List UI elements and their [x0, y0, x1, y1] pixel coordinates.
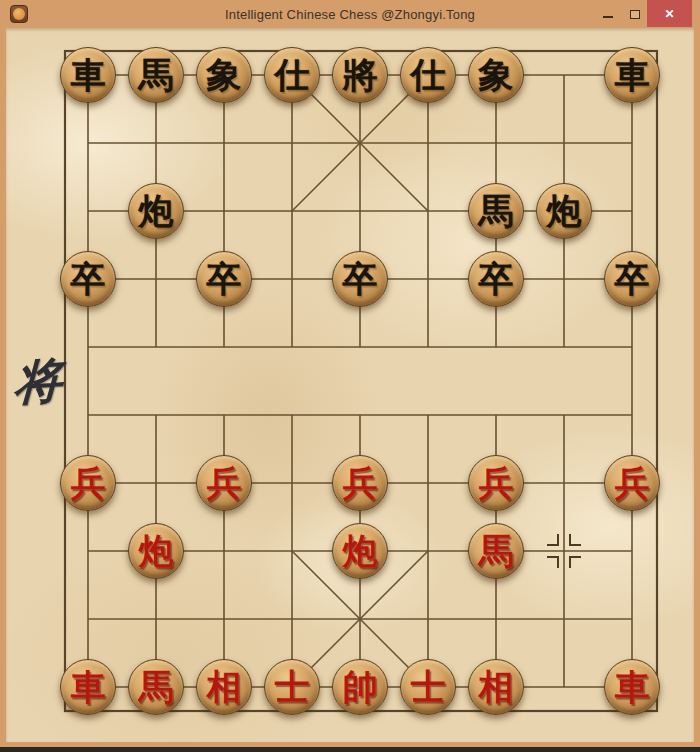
turn-indicator-calligraphy: 将 [11, 348, 65, 414]
cursor-marker [547, 534, 581, 568]
piece-red-soldier[interactable]: 兵 [196, 455, 252, 511]
piece-glyph: 兵 [207, 466, 242, 501]
close-icon: ✕ [664, 7, 674, 21]
piece-glyph: 兵 [71, 466, 106, 501]
piece-glyph: 車 [71, 58, 106, 93]
piece-black-horse[interactable]: 馬 [468, 183, 524, 239]
piece-glyph: 象 [479, 58, 514, 93]
piece-glyph: 相 [479, 670, 514, 705]
piece-glyph: 將 [343, 58, 378, 93]
piece-black-soldier[interactable]: 卒 [604, 251, 660, 307]
piece-glyph: 卒 [343, 262, 378, 297]
piece-black-soldier[interactable]: 卒 [468, 251, 524, 307]
piece-glyph: 士 [411, 670, 446, 705]
piece-black-soldier[interactable]: 卒 [332, 251, 388, 307]
piece-black-chariot[interactable]: 車 [60, 47, 116, 103]
piece-glyph: 卒 [615, 262, 650, 297]
piece-black-soldier[interactable]: 卒 [60, 251, 116, 307]
piece-glyph: 卒 [207, 262, 242, 297]
piece-black-cannon[interactable]: 炮 [536, 183, 592, 239]
piece-glyph: 馬 [139, 58, 174, 93]
piece-glyph: 仕 [275, 58, 310, 93]
piece-red-cannon[interactable]: 炮 [128, 523, 184, 579]
piece-glyph: 炮 [139, 534, 174, 569]
piece-red-soldier[interactable]: 兵 [468, 455, 524, 511]
app-window: Intelligent Chinese Chess @Zhongyi.Tong … [0, 0, 700, 752]
piece-glyph: 兵 [615, 466, 650, 501]
xiangqi-piece-icon [13, 8, 25, 20]
piece-glyph: 炮 [343, 534, 378, 569]
title-bar[interactable]: Intelligent Chinese Chess @Zhongyi.Tong … [0, 0, 700, 28]
piece-glyph: 卒 [479, 262, 514, 297]
maximize-icon [630, 10, 640, 19]
piece-black-horse[interactable]: 馬 [128, 47, 184, 103]
piece-red-horse[interactable]: 馬 [468, 523, 524, 579]
piece-glyph: 帥 [343, 670, 378, 705]
app-icon [10, 5, 28, 23]
cursor-bracket-top-right [569, 534, 581, 546]
piece-glyph: 士 [275, 670, 310, 705]
piece-red-general[interactable]: 帥 [332, 659, 388, 715]
piece-glyph: 馬 [139, 670, 174, 705]
piece-black-chariot[interactable]: 車 [604, 47, 660, 103]
piece-glyph: 兵 [343, 466, 378, 501]
cursor-bracket-bottom-left [547, 556, 559, 568]
piece-glyph: 仕 [411, 58, 446, 93]
piece-glyph: 車 [615, 58, 650, 93]
maximize-button[interactable] [622, 0, 648, 28]
piece-glyph: 兵 [479, 466, 514, 501]
piece-black-cannon[interactable]: 炮 [128, 183, 184, 239]
piece-red-elephant[interactable]: 相 [196, 659, 252, 715]
piece-glyph: 車 [615, 670, 650, 705]
piece-red-chariot[interactable]: 車 [60, 659, 116, 715]
piece-red-elephant[interactable]: 相 [468, 659, 524, 715]
piece-black-elephant[interactable]: 象 [196, 47, 252, 103]
cursor-bracket-bottom-right [569, 556, 581, 568]
piece-red-soldier[interactable]: 兵 [60, 455, 116, 511]
piece-glyph: 炮 [547, 194, 582, 229]
piece-black-advisor[interactable]: 仕 [400, 47, 456, 103]
piece-black-advisor[interactable]: 仕 [264, 47, 320, 103]
piece-glyph: 卒 [71, 262, 106, 297]
piece-glyph: 相 [207, 670, 242, 705]
piece-glyph: 象 [207, 58, 242, 93]
piece-black-soldier[interactable]: 卒 [196, 251, 252, 307]
window-bottom-edge [0, 747, 700, 752]
piece-black-elephant[interactable]: 象 [468, 47, 524, 103]
window-title: Intelligent Chinese Chess @Zhongyi.Tong [225, 7, 475, 22]
piece-glyph: 車 [71, 670, 106, 705]
piece-red-advisor[interactable]: 士 [400, 659, 456, 715]
cursor-bracket-top-left [547, 534, 559, 546]
xiangqi-board[interactable] [6, 28, 694, 742]
piece-glyph: 馬 [479, 534, 514, 569]
piece-red-soldier[interactable]: 兵 [332, 455, 388, 511]
piece-red-advisor[interactable]: 士 [264, 659, 320, 715]
piece-red-chariot[interactable]: 車 [604, 659, 660, 715]
piece-red-cannon[interactable]: 炮 [332, 523, 388, 579]
piece-black-general[interactable]: 將 [332, 47, 388, 103]
minimize-button[interactable] [595, 0, 621, 28]
piece-glyph: 炮 [139, 194, 174, 229]
close-button[interactable]: ✕ [647, 0, 692, 27]
minimize-icon [603, 16, 613, 18]
piece-red-soldier[interactable]: 兵 [604, 455, 660, 511]
piece-glyph: 馬 [479, 194, 514, 229]
piece-red-horse[interactable]: 馬 [128, 659, 184, 715]
